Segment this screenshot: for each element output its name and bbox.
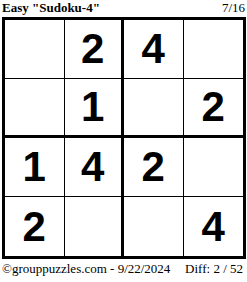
- page-header: Easy "Sudoku-4" 7/16: [2, 0, 245, 16]
- cell-r4c3[interactable]: [124, 197, 184, 256]
- cell-r1c1[interactable]: [5, 20, 65, 79]
- puzzle-title: Easy "Sudoku-4": [2, 0, 100, 16]
- cell-r4c1[interactable]: 2: [5, 197, 65, 256]
- difficulty-text: Diff: 2 / 52: [185, 261, 243, 277]
- sudoku-board: 2 4 1 2 1 4 2 2 4: [2, 17, 246, 259]
- page-counter: 7/16: [222, 0, 245, 16]
- copyright-text: ©grouppuzzles.com - 9/22/2024: [2, 261, 170, 277]
- cell-r3c4[interactable]: [184, 138, 244, 197]
- cell-r4c2[interactable]: [65, 197, 125, 256]
- cell-r2c4[interactable]: 2: [184, 79, 244, 138]
- cell-r2c3[interactable]: [124, 79, 184, 138]
- cell-r1c3[interactable]: 4: [124, 20, 184, 79]
- cell-r3c3[interactable]: 2: [124, 138, 184, 197]
- page-footer: ©grouppuzzles.com - 9/22/2024 Diff: 2 / …: [2, 261, 243, 277]
- cell-r3c2[interactable]: 4: [65, 138, 125, 197]
- cell-r2c2[interactable]: 1: [65, 79, 125, 138]
- cell-r4c4[interactable]: 4: [184, 197, 244, 256]
- cell-r3c1[interactable]: 1: [5, 138, 65, 197]
- cell-r1c2[interactable]: 2: [65, 20, 125, 79]
- cell-r2c1[interactable]: [5, 79, 65, 138]
- cell-r1c4[interactable]: [184, 20, 244, 79]
